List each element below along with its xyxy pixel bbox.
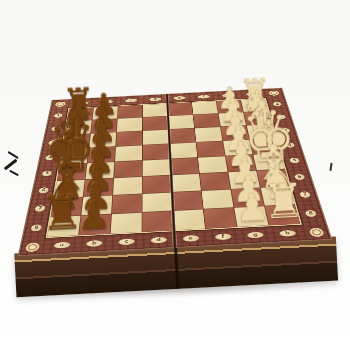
- square: [114, 160, 142, 177]
- square: [143, 116, 168, 130]
- corner-rosette-icon: [54, 101, 67, 107]
- square: [143, 175, 172, 193]
- square: [117, 118, 142, 132]
- coordinate-medallion: a: [52, 241, 71, 249]
- square: ♞: [65, 120, 92, 135]
- coordinate-medallion: f: [214, 233, 233, 241]
- square: [143, 104, 168, 118]
- coordinate-medallion: d: [148, 97, 161, 102]
- square: [169, 128, 196, 143]
- coordinate-medallion: c: [124, 98, 137, 103]
- coordinate-medallion: 4: [284, 142, 296, 148]
- square: ♝: [257, 169, 290, 187]
- square: ♜: [67, 107, 93, 121]
- square: ♚: [253, 153, 284, 170]
- coordinate-medallion: e: [182, 234, 200, 242]
- square: ♟: [216, 100, 243, 114]
- square: ♟: [231, 188, 264, 207]
- coordinate-medallion: 5: [288, 157, 301, 164]
- square: ♞: [51, 197, 83, 217]
- square: [172, 191, 203, 211]
- square: ♟: [79, 214, 111, 235]
- coordinate-medallion: 3: [47, 140, 58, 146]
- coordinate-medallion: 2: [276, 114, 287, 120]
- square: [168, 115, 194, 129]
- square: ♟: [228, 171, 260, 189]
- square: [193, 114, 220, 128]
- square: [111, 213, 142, 234]
- square: ♟: [221, 126, 249, 141]
- square: [200, 172, 231, 190]
- square: [170, 142, 198, 158]
- coordinate-medallion: 8: [30, 224, 43, 232]
- square: ♟: [83, 178, 113, 196]
- square: ♝: [62, 134, 90, 149]
- square: [167, 102, 192, 116]
- square: [143, 159, 171, 176]
- square: [143, 130, 169, 145]
- square: ♟: [92, 106, 117, 120]
- square: [195, 127, 223, 142]
- square: [192, 101, 218, 115]
- metal-clasp-icon: [0, 146, 26, 186]
- product-photo: ♜♟♟♜♞♟♟♞♝♟♟♝♛♟♟♛♚♟♟♚♝♟♟♝♞♟♟♞♜♟♟♜ abcdefg…: [0, 0, 350, 350]
- square: [143, 144, 170, 160]
- coordinate-medallion: 1: [53, 113, 63, 118]
- square: ♟: [91, 119, 117, 133]
- square: ♞: [244, 111, 272, 125]
- coordinate-medallion: 5: [41, 170, 53, 177]
- square: [202, 189, 234, 209]
- square: ♛: [60, 148, 89, 164]
- square: [173, 209, 205, 230]
- square: ♟: [219, 112, 247, 126]
- square: [116, 131, 142, 146]
- coordinate-medallion: g: [246, 231, 265, 239]
- coordinate-medallion: a: [75, 101, 89, 106]
- coordinate-medallion: 3: [280, 128, 292, 134]
- coordinate-medallion: c: [117, 238, 135, 246]
- corner-rosette-icon: [267, 90, 280, 96]
- corner-rosette-icon: [307, 227, 325, 238]
- square: ♝: [54, 180, 85, 199]
- coordinate-medallion: b: [85, 239, 103, 247]
- square: [170, 158, 199, 175]
- square: ♟: [87, 147, 115, 163]
- coordinate-medallion: 6: [37, 187, 49, 194]
- square: [112, 194, 142, 214]
- coordinate-medallion: e: [173, 96, 187, 101]
- coordinate-medallion: 2: [50, 126, 61, 132]
- square: ♟: [81, 196, 112, 216]
- square: ♟: [89, 132, 116, 147]
- square: [204, 208, 237, 229]
- square: [171, 174, 201, 192]
- board-perspective-wrapper: ♜♟♟♜♞♟♟♞♝♟♟♝♛♟♟♛♚♟♟♚♝♟♟♝♞♟♟♞♜♟♟♜ abcdefg…: [1, 0, 332, 256]
- square: [118, 105, 143, 119]
- coordinate-medallion: 1: [272, 101, 283, 106]
- chess-board: ♜♟♟♜♞♟♟♞♝♟♟♝♛♟♟♛♚♟♟♚♝♟♟♝♞♟♟♞♜♟♟♜ abcdefg…: [18, 88, 333, 256]
- square: ♜: [241, 98, 268, 111]
- coordinate-medallion: 8: [304, 209, 318, 217]
- square: [198, 156, 228, 173]
- square: [142, 211, 173, 232]
- coordinate-medallion: d: [150, 236, 168, 244]
- square: ♚: [57, 163, 87, 180]
- coordinate-medallion: b: [100, 99, 114, 104]
- square: ♟: [226, 155, 256, 172]
- square: ♟: [223, 140, 252, 156]
- coordinate-medallion: g: [221, 93, 235, 98]
- coordinate-medallion: 4: [44, 154, 56, 160]
- hinge-pin-icon: [329, 163, 332, 171]
- square: ♛: [250, 138, 280, 154]
- corner-rosette-icon: [24, 242, 41, 253]
- coordinate-medallion: 7: [34, 205, 47, 213]
- square: ♜: [265, 205, 300, 226]
- square: ♟: [86, 162, 115, 179]
- square: ♝: [247, 124, 276, 139]
- square: [142, 192, 172, 212]
- square: ♟: [234, 206, 268, 227]
- square: [113, 177, 142, 195]
- square: [196, 141, 225, 157]
- square: ♜: [47, 216, 80, 237]
- coordinate-medallion: 7: [298, 191, 312, 199]
- coordinate-medallion: 6: [293, 173, 306, 180]
- coordinate-medallion: f: [197, 94, 211, 99]
- box-front-seam: [174, 245, 179, 289]
- square: ♞: [261, 186, 295, 205]
- coordinate-medallion: h: [278, 229, 297, 237]
- coordinate-medallion: h: [245, 92, 259, 97]
- square: [115, 145, 142, 161]
